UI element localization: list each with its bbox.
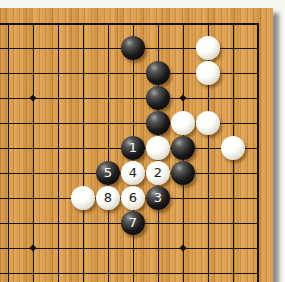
grid-line-horizontal [0,248,259,249]
move-number-label: 2 [154,161,162,185]
grid-line-horizontal [0,98,259,99]
black-stone[interactable] [146,61,170,85]
white-stone[interactable] [196,61,220,85]
black-stone[interactable] [171,161,195,185]
black-stone-move-5[interactable]: 5 [96,161,120,185]
white-stone-move-2[interactable]: 2 [146,161,170,185]
black-stone[interactable] [146,111,170,135]
grid-line-vertical [257,23,259,282]
grid-line-vertical [33,23,34,282]
black-stone[interactable] [146,86,170,110]
move-number-label: 1 [129,136,137,160]
white-stone[interactable] [146,136,170,160]
move-number-label: 5 [104,161,112,185]
move-number-label: 4 [129,161,137,185]
screenshot-stage: 15428637 [0,0,285,282]
white-stone-move-4[interactable]: 4 [121,161,145,185]
white-stone[interactable] [196,111,220,135]
grid-line-horizontal [0,23,259,25]
black-stone[interactable] [121,36,145,60]
move-number-label: 8 [104,186,112,210]
white-stone-move-8[interactable]: 8 [96,186,120,210]
white-stone-move-6[interactable]: 6 [121,186,145,210]
grid-line-vertical [108,23,109,282]
star-point [29,94,36,101]
grid-line-horizontal [0,273,259,274]
white-stone[interactable] [71,186,95,210]
star-point [179,244,186,251]
star-point [179,94,186,101]
grid-line-horizontal [0,123,259,124]
black-stone-move-3[interactable]: 3 [146,186,170,210]
star-point [29,244,36,251]
white-stone[interactable] [221,136,245,160]
grid-line-vertical [8,23,9,282]
move-number-label: 6 [129,186,137,210]
white-stone[interactable] [171,111,195,135]
move-number-label: 3 [154,186,162,210]
black-stone-move-7[interactable]: 7 [121,211,145,235]
white-stone[interactable] [196,36,220,60]
black-stone[interactable] [171,136,195,160]
black-stone-move-1[interactable]: 1 [121,136,145,160]
move-number-label: 7 [129,211,137,235]
go-board[interactable]: 15428637 [0,8,273,282]
grid-line-vertical [83,23,84,282]
grid-line-horizontal [0,73,259,74]
grid-line-vertical [58,23,59,282]
